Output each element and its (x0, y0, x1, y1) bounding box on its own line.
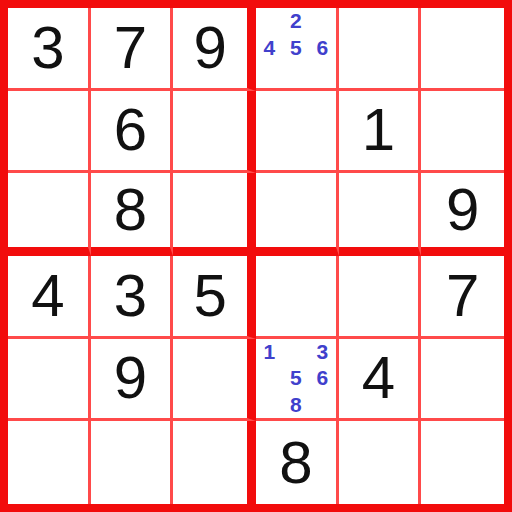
candidate-digit-6: 6 (309, 365, 336, 392)
candidate-digit-7 (256, 392, 283, 419)
given-digit: 7 (114, 18, 147, 78)
cell-r2c6[interactable] (421, 91, 504, 174)
cell-r6c1[interactable] (8, 421, 91, 504)
candidate-grid: 13568 (256, 339, 336, 419)
cell-r1c5[interactable] (339, 8, 422, 91)
candidate-digit-7 (256, 61, 283, 88)
cell-r2c2[interactable]: 6 (91, 91, 174, 174)
given-digit: 8 (114, 180, 147, 240)
cell-r4c6[interactable]: 7 (421, 256, 504, 339)
cell-r1c4[interactable]: 2456 (256, 8, 339, 91)
cell-r3c2[interactable]: 8 (91, 173, 174, 256)
cell-r6c2[interactable] (91, 421, 174, 504)
given-digit: 4 (362, 348, 395, 408)
cell-r5c3[interactable] (173, 339, 256, 422)
cell-r3c5[interactable] (339, 173, 422, 256)
given-digit: 1 (362, 100, 395, 160)
candidate-digit-1: 1 (256, 339, 283, 366)
cell-r3c3[interactable] (173, 173, 256, 256)
cell-r2c3[interactable] (173, 91, 256, 174)
sudoku-board: 37924566189435791356848 (0, 0, 512, 512)
candidate-digit-5: 5 (283, 365, 310, 392)
candidate-digit-2: 2 (283, 8, 310, 35)
candidate-digit-5: 5 (283, 35, 310, 62)
cell-r1c1[interactable]: 3 (8, 8, 91, 91)
cell-r5c1[interactable] (8, 339, 91, 422)
given-digit: 9 (193, 18, 226, 78)
given-digit: 8 (279, 433, 312, 493)
cell-r6c5[interactable] (339, 421, 422, 504)
cell-r1c2[interactable]: 7 (91, 8, 174, 91)
candidate-digit-9 (309, 61, 336, 88)
cell-r2c1[interactable] (8, 91, 91, 174)
candidate-digit-8: 8 (283, 392, 310, 419)
cell-r5c5[interactable]: 4 (339, 339, 422, 422)
given-digit: 3 (114, 266, 147, 326)
candidate-digit-6: 6 (309, 35, 336, 62)
cell-r6c3[interactable] (173, 421, 256, 504)
cell-r1c6[interactable] (421, 8, 504, 91)
cell-r4c5[interactable] (339, 256, 422, 339)
candidate-digit-4 (256, 365, 283, 392)
cell-r4c4[interactable] (256, 256, 339, 339)
candidate-digit-3: 3 (309, 339, 336, 366)
given-digit: 5 (193, 266, 226, 326)
candidate-digit-1 (256, 8, 283, 35)
candidate-grid: 2456 (256, 8, 336, 88)
cell-r2c4[interactable] (256, 91, 339, 174)
cell-r6c6[interactable] (421, 421, 504, 504)
candidate-digit-9 (309, 392, 336, 419)
given-digit: 9 (446, 180, 479, 240)
given-digit: 7 (446, 266, 479, 326)
candidate-digit-8 (283, 61, 310, 88)
cell-r3c6[interactable]: 9 (421, 173, 504, 256)
candidate-digit-3 (309, 8, 336, 35)
cell-r5c6[interactable] (421, 339, 504, 422)
given-digit: 4 (31, 266, 64, 326)
cell-r5c2[interactable]: 9 (91, 339, 174, 422)
candidate-digit-4: 4 (256, 35, 283, 62)
cell-r6c4[interactable]: 8 (256, 421, 339, 504)
cell-r3c4[interactable] (256, 173, 339, 256)
cell-r2c5[interactable]: 1 (339, 91, 422, 174)
given-digit: 9 (114, 348, 147, 408)
cell-r4c1[interactable]: 4 (8, 256, 91, 339)
cell-r3c1[interactable] (8, 173, 91, 256)
candidate-digit-2 (283, 339, 310, 366)
cell-r4c2[interactable]: 3 (91, 256, 174, 339)
given-digit: 6 (114, 100, 147, 160)
cell-r1c3[interactable]: 9 (173, 8, 256, 91)
cell-r4c3[interactable]: 5 (173, 256, 256, 339)
given-digit: 3 (31, 18, 64, 78)
cell-r5c4[interactable]: 13568 (256, 339, 339, 422)
